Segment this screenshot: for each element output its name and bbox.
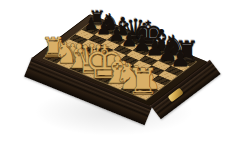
chess-set-photo: ♜♟♞♟♝♟♛♟♚♟♝♟♟♞♜♟♟♜♞♟♟♝♟♛♟♚♟♝♟♞♟♜ (0, 0, 225, 150)
piece-black-pawn-h7[interactable]: ♟ (170, 47, 190, 70)
piece-white-rook-h1[interactable]: ♜ (127, 64, 159, 100)
pieces-layer: ♜♟♞♟♝♟♛♟♚♟♝♟♟♞♜♟♟♜♞♟♟♝♟♛♟♚♟♝♟♞♟♜ (0, 0, 225, 150)
